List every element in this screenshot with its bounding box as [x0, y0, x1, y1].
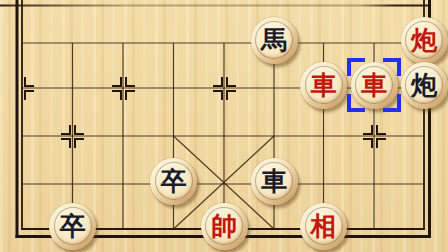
piece-character: 車 [251, 158, 298, 205]
position-mark [212, 76, 237, 101]
position-mark [362, 124, 387, 149]
piece-red-general[interactable]: 帥 [201, 203, 248, 250]
piece-character: 卒 [49, 203, 96, 250]
piece-red-cannon[interactable]: 炮 [401, 17, 448, 64]
piece-black-horse[interactable]: 馬 [251, 17, 298, 64]
piece-red-chariot[interactable]: 車 [351, 62, 398, 109]
piece-character: 炮 [401, 62, 448, 109]
piece-black-chariot[interactable]: 車 [251, 158, 298, 205]
piece-character: 帥 [201, 203, 248, 250]
piece-character: 相 [300, 203, 347, 250]
piece-character: 炮 [401, 17, 448, 64]
piece-black-cannon[interactable]: 炮 [401, 62, 448, 109]
piece-black-soldier[interactable]: 卒 [150, 158, 197, 205]
piece-character: 卒 [150, 158, 197, 205]
piece-character: 馬 [251, 17, 298, 64]
piece-character: 車 [300, 62, 347, 109]
position-mark [60, 124, 85, 149]
xiangqi-board: 馬炮車車炮卒車卒帥相 [0, 0, 448, 252]
position-mark [10, 76, 35, 101]
piece-red-elephant[interactable]: 相 [300, 203, 347, 250]
selection-brackets [347, 58, 401, 112]
piece-black-soldier[interactable]: 卒 [49, 203, 96, 250]
piece-red-chariot[interactable]: 車 [300, 62, 347, 109]
position-mark [111, 76, 136, 101]
